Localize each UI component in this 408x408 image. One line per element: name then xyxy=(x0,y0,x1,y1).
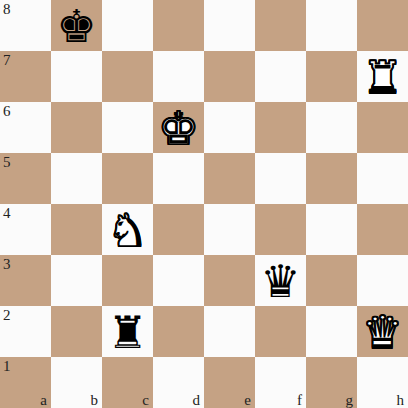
square-d8[interactable] xyxy=(153,0,204,51)
square-h7[interactable]: ♜ xyxy=(357,51,408,102)
square-h8[interactable] xyxy=(357,0,408,51)
rank-label-3: 3 xyxy=(3,256,11,272)
square-c3[interactable] xyxy=(102,255,153,306)
file-label-c: c xyxy=(142,392,149,408)
file-label-a: a xyxy=(40,392,47,408)
square-a2[interactable]: 2 xyxy=(0,306,51,357)
square-f7[interactable] xyxy=(255,51,306,102)
square-g1[interactable]: g xyxy=(306,357,357,408)
square-h1[interactable]: h xyxy=(357,357,408,408)
square-b5[interactable] xyxy=(51,153,102,204)
square-b8[interactable]: ♚ xyxy=(51,0,102,51)
square-b1[interactable]: b xyxy=(51,357,102,408)
square-h4[interactable] xyxy=(357,204,408,255)
black-queen-icon[interactable]: ♛ xyxy=(260,256,300,307)
square-c8[interactable] xyxy=(102,0,153,51)
square-e1[interactable]: e xyxy=(204,357,255,408)
square-e3[interactable] xyxy=(204,255,255,306)
square-d4[interactable] xyxy=(153,204,204,255)
square-e7[interactable] xyxy=(204,51,255,102)
file-label-g: g xyxy=(346,392,354,408)
square-g6[interactable] xyxy=(306,102,357,153)
black-rook-icon[interactable]: ♜ xyxy=(107,307,147,358)
square-f6[interactable] xyxy=(255,102,306,153)
square-a1[interactable]: 1a xyxy=(0,357,51,408)
white-king-icon[interactable]: ♚ xyxy=(158,103,198,154)
square-e8[interactable] xyxy=(204,0,255,51)
rank-label-4: 4 xyxy=(3,205,11,221)
square-d3[interactable] xyxy=(153,255,204,306)
square-c4[interactable]: ♞ xyxy=(102,204,153,255)
square-g2[interactable] xyxy=(306,306,357,357)
square-e5[interactable] xyxy=(204,153,255,204)
rank-label-7: 7 xyxy=(3,52,11,68)
square-h6[interactable] xyxy=(357,102,408,153)
square-h2[interactable]: ♛ xyxy=(357,306,408,357)
square-f5[interactable] xyxy=(255,153,306,204)
square-f1[interactable]: f xyxy=(255,357,306,408)
file-label-e: e xyxy=(244,392,251,408)
square-g7[interactable] xyxy=(306,51,357,102)
square-d2[interactable] xyxy=(153,306,204,357)
square-a6[interactable]: 6 xyxy=(0,102,51,153)
square-d6[interactable]: ♚ xyxy=(153,102,204,153)
rank-label-2: 2 xyxy=(3,307,11,323)
square-g5[interactable] xyxy=(306,153,357,204)
square-b4[interactable] xyxy=(51,204,102,255)
square-b3[interactable] xyxy=(51,255,102,306)
square-g4[interactable] xyxy=(306,204,357,255)
black-king-icon[interactable]: ♚ xyxy=(56,1,96,52)
file-label-f: f xyxy=(297,392,302,408)
rank-label-6: 6 xyxy=(3,103,11,119)
square-c5[interactable] xyxy=(102,153,153,204)
square-f4[interactable] xyxy=(255,204,306,255)
rank-label-8: 8 xyxy=(3,1,11,17)
square-d7[interactable] xyxy=(153,51,204,102)
white-queen-icon[interactable]: ♛ xyxy=(362,307,402,358)
square-b7[interactable] xyxy=(51,51,102,102)
square-c6[interactable] xyxy=(102,102,153,153)
square-a7[interactable]: 7 xyxy=(0,51,51,102)
file-label-d: d xyxy=(193,392,201,408)
square-e2[interactable] xyxy=(204,306,255,357)
square-b6[interactable] xyxy=(51,102,102,153)
rank-label-5: 5 xyxy=(3,154,11,170)
white-rook-icon[interactable]: ♜ xyxy=(362,52,402,103)
square-g3[interactable] xyxy=(306,255,357,306)
square-h3[interactable] xyxy=(357,255,408,306)
square-h5[interactable] xyxy=(357,153,408,204)
square-a5[interactable]: 5 xyxy=(0,153,51,204)
square-f8[interactable] xyxy=(255,0,306,51)
rank-label-1: 1 xyxy=(3,358,11,374)
square-f2[interactable] xyxy=(255,306,306,357)
square-e6[interactable] xyxy=(204,102,255,153)
square-g8[interactable] xyxy=(306,0,357,51)
square-c2[interactable]: ♜ xyxy=(102,306,153,357)
square-a8[interactable]: 8 xyxy=(0,0,51,51)
chess-board: 8♚7♜6♚54♞3♛2♜♛1abcdefgh xyxy=(0,0,408,408)
file-label-h: h xyxy=(397,392,405,408)
file-label-b: b xyxy=(91,392,99,408)
white-knight-icon[interactable]: ♞ xyxy=(107,205,147,256)
square-a4[interactable]: 4 xyxy=(0,204,51,255)
square-e4[interactable] xyxy=(204,204,255,255)
square-a3[interactable]: 3 xyxy=(0,255,51,306)
square-b2[interactable] xyxy=(51,306,102,357)
square-c1[interactable]: c xyxy=(102,357,153,408)
square-c7[interactable] xyxy=(102,51,153,102)
square-d1[interactable]: d xyxy=(153,357,204,408)
square-f3[interactable]: ♛ xyxy=(255,255,306,306)
square-d5[interactable] xyxy=(153,153,204,204)
